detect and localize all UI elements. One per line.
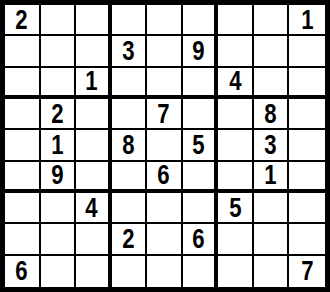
cell-r5c7[interactable] [218,130,254,161]
cell-r3c5[interactable] [147,68,183,99]
cell-r3c2[interactable] [41,68,77,99]
cell-r9c6[interactable] [183,256,219,287]
cell-r9c8[interactable] [254,256,290,287]
cell-r8c5[interactable] [147,224,183,255]
given-digit: 6 [192,225,204,253]
cell-r4c4[interactable] [112,99,148,130]
given-digit: 2 [51,100,63,128]
cell-r1c6[interactable] [183,5,219,36]
cell-r9c3[interactable] [76,256,112,287]
cell-r7c5[interactable] [147,193,183,224]
cell-r4c8[interactable]: 8 [254,99,290,130]
given-digit: 1 [51,131,63,159]
cell-r1c9[interactable]: 1 [289,5,325,36]
cell-r3c3[interactable]: 1 [76,68,112,99]
cell-r2c6[interactable]: 9 [183,36,219,67]
cell-r4c5[interactable]: 7 [147,99,183,130]
given-digit: 1 [264,162,276,190]
cell-r6c9[interactable] [289,162,325,193]
cell-r7c4[interactable] [112,193,148,224]
cell-r2c3[interactable] [76,36,112,67]
cell-r5c5[interactable] [147,130,183,161]
cell-r8c3[interactable] [76,224,112,255]
cell-r3c1[interactable] [5,68,41,99]
given-digit: 9 [51,162,63,190]
cell-r5c9[interactable] [289,130,325,161]
given-digit: 3 [264,131,276,159]
given-digit: 8 [122,131,134,159]
cell-r9c4[interactable] [112,256,148,287]
cell-r4c6[interactable] [183,99,219,130]
cell-r6c8[interactable]: 1 [254,162,290,193]
cell-r4c9[interactable] [289,99,325,130]
cell-r7c2[interactable] [41,193,77,224]
given-digit: 5 [229,194,241,222]
given-digit: 2 [122,225,134,253]
sudoku-puzzle: 2139142781853961452667 [0,0,330,292]
given-digit: 1 [86,68,98,96]
cell-r2c2[interactable] [41,36,77,67]
cell-r7c6[interactable] [183,193,219,224]
cell-r8c1[interactable] [5,224,41,255]
cell-r2c4[interactable]: 3 [112,36,148,67]
cell-r1c5[interactable] [147,5,183,36]
cell-r3c9[interactable] [289,68,325,99]
cell-r2c8[interactable] [254,36,290,67]
given-digit: 5 [192,131,204,159]
cell-r4c7[interactable] [218,99,254,130]
cell-r3c7[interactable]: 4 [218,68,254,99]
cell-r1c8[interactable] [254,5,290,36]
cell-r8c2[interactable] [41,224,77,255]
cell-r5c1[interactable] [5,130,41,161]
cell-r1c7[interactable] [218,5,254,36]
cell-r5c3[interactable] [76,130,112,161]
given-digit: 2 [16,6,28,34]
sudoku-board: 2139142781853961452667 [0,0,330,292]
cell-r9c9[interactable]: 7 [289,256,325,287]
cell-r6c5[interactable]: 6 [147,162,183,193]
cell-r5c2[interactable]: 1 [41,130,77,161]
cell-r6c6[interactable] [183,162,219,193]
given-digit: 4 [86,194,98,222]
cell-r3c8[interactable] [254,68,290,99]
cell-r6c3[interactable] [76,162,112,193]
cell-r7c8[interactable] [254,193,290,224]
cell-r1c1[interactable]: 2 [5,5,41,36]
given-digit: 7 [158,100,170,128]
cell-r3c4[interactable] [112,68,148,99]
cell-r9c5[interactable] [147,256,183,287]
cell-r7c9[interactable] [289,193,325,224]
cell-r7c7[interactable]: 5 [218,193,254,224]
cell-r8c7[interactable] [218,224,254,255]
cell-r5c8[interactable]: 3 [254,130,290,161]
cell-r5c4[interactable]: 8 [112,130,148,161]
cell-r7c1[interactable] [5,193,41,224]
cell-r9c2[interactable] [41,256,77,287]
cell-r6c7[interactable] [218,162,254,193]
cell-r5c6[interactable]: 5 [183,130,219,161]
cell-r1c4[interactable] [112,5,148,36]
cell-r2c1[interactable] [5,36,41,67]
cell-r2c9[interactable] [289,36,325,67]
cell-r1c2[interactable] [41,5,77,36]
cell-r3c6[interactable] [183,68,219,99]
given-digit: 4 [229,68,241,96]
cell-r7c3[interactable]: 4 [76,193,112,224]
cell-r8c8[interactable] [254,224,290,255]
cell-r6c4[interactable] [112,162,148,193]
given-digit: 9 [192,37,204,65]
cell-r6c1[interactable] [5,162,41,193]
cell-r8c4[interactable]: 2 [112,224,148,255]
cell-r1c3[interactable] [76,5,112,36]
cell-r4c3[interactable] [76,99,112,130]
cell-r6c2[interactable]: 9 [41,162,77,193]
given-digit: 6 [16,257,28,285]
given-digit: 3 [122,37,134,65]
given-digit: 1 [301,6,313,34]
given-digit: 8 [264,100,276,128]
given-digit: 6 [158,162,170,190]
cell-r2c7[interactable] [218,36,254,67]
cell-r4c1[interactable] [5,99,41,130]
given-digit: 7 [301,257,313,285]
cell-r9c7[interactable] [218,256,254,287]
cell-r8c6[interactable]: 6 [183,224,219,255]
cell-r9c1[interactable]: 6 [5,256,41,287]
cell-r8c9[interactable] [289,224,325,255]
cell-r4c2[interactable]: 2 [41,99,77,130]
cell-r2c5[interactable] [147,36,183,67]
